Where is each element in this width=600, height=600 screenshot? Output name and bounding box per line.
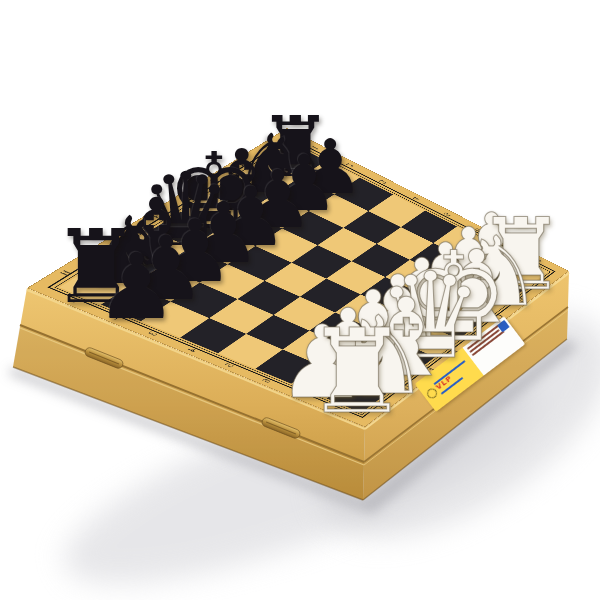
product-photo-stage: VLP A11AB22BC33CD44DE55EF66FG77GH88H ♜︎♞… <box>0 0 600 600</box>
